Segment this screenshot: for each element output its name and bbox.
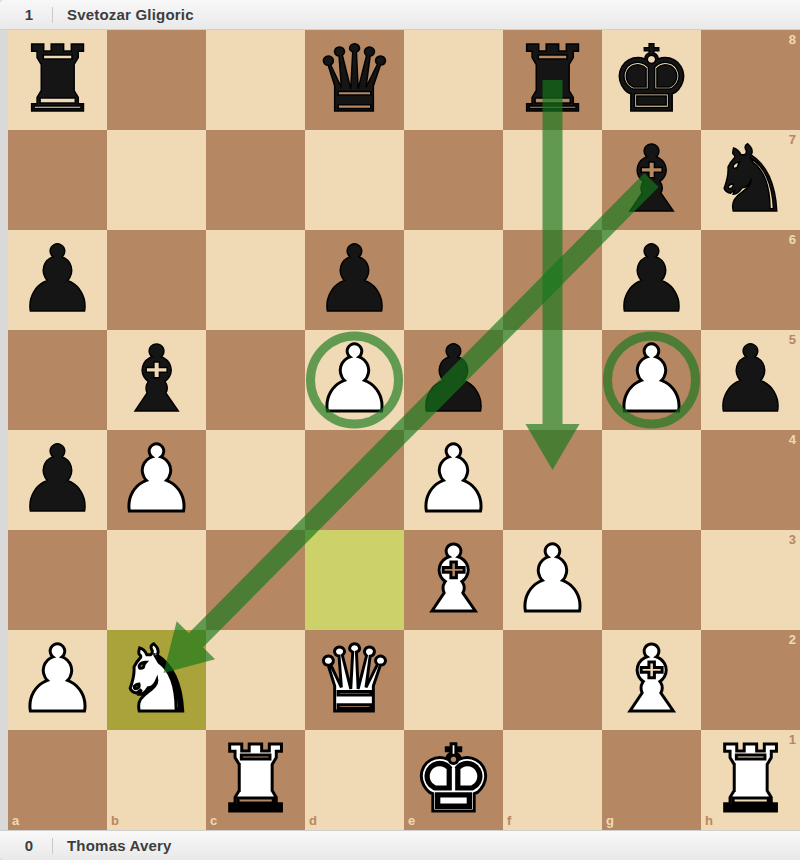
square-e2[interactable] (404, 630, 503, 730)
square-h7[interactable]: ♞7 (701, 130, 800, 230)
square-f5[interactable] (503, 330, 602, 430)
square-d5[interactable]: ♟ (305, 330, 404, 430)
square-c2[interactable] (206, 630, 305, 730)
square-a6[interactable]: ♟ (8, 230, 107, 330)
square-h5[interactable]: ♟5 (701, 330, 800, 430)
piece-white-pawn-a2[interactable]: ♟ (8, 630, 107, 730)
square-e7[interactable] (404, 130, 503, 230)
top-bar-divider (52, 7, 53, 23)
square-b6[interactable] (107, 230, 206, 330)
piece-white-pawn-d5[interactable]: ♟ (305, 330, 404, 430)
file-label-g: g (606, 813, 614, 828)
top-player-score: 1 (16, 6, 42, 23)
piece-black-rook-a8[interactable]: ♜ (8, 30, 107, 130)
rank-label-2: 2 (789, 632, 796, 647)
piece-black-pawn-d6[interactable]: ♟ (305, 230, 404, 330)
piece-black-knight-h7[interactable]: ♞ (701, 130, 800, 230)
piece-white-queen-d2[interactable]: ♛ (305, 630, 404, 730)
square-e6[interactable] (404, 230, 503, 330)
rank-label-1: 1 (789, 732, 796, 747)
top-player-name: Svetozar Gligoric (67, 6, 194, 23)
rank-label-3: 3 (789, 532, 796, 547)
rank-label-7: 7 (789, 132, 796, 147)
square-f6[interactable] (503, 230, 602, 330)
piece-black-pawn-a4[interactable]: ♟ (8, 430, 107, 530)
piece-black-bishop-b5[interactable]: ♝ (107, 330, 206, 430)
square-f3[interactable]: ♟ (503, 530, 602, 630)
square-a8[interactable]: ♜ (8, 30, 107, 130)
piece-white-bishop-e3[interactable]: ♝ (404, 530, 503, 630)
square-b4[interactable]: ♟ (107, 430, 206, 530)
piece-black-king-g8[interactable]: ♚ (602, 30, 701, 130)
piece-black-rook-f8[interactable]: ♜ (503, 30, 602, 130)
square-e4[interactable]: ♟ (404, 430, 503, 530)
piece-white-bishop-g2[interactable]: ♝ (602, 630, 701, 730)
piece-white-rook-c1[interactable]: ♜ (206, 730, 305, 830)
piece-white-pawn-g5[interactable]: ♟ (602, 330, 701, 430)
square-a7[interactable] (8, 130, 107, 230)
square-h3[interactable]: 3 (701, 530, 800, 630)
bottom-player-score: 0 (16, 837, 42, 854)
piece-white-king-e1[interactable]: ♚ (404, 730, 503, 830)
square-a4[interactable]: ♟ (8, 430, 107, 530)
square-f2[interactable] (503, 630, 602, 730)
square-b3[interactable] (107, 530, 206, 630)
square-a5[interactable] (8, 330, 107, 430)
piece-black-bishop-g7[interactable]: ♝ (602, 130, 701, 230)
bottom-player-name: Thomas Avery (67, 837, 172, 854)
square-h2[interactable]: 2 (701, 630, 800, 730)
file-label-d: d (309, 813, 317, 828)
square-g1[interactable]: g (602, 730, 701, 830)
square-f4[interactable] (503, 430, 602, 530)
square-c3[interactable] (206, 530, 305, 630)
square-c6[interactable] (206, 230, 305, 330)
piece-white-knight-b2[interactable]: ♞ (107, 630, 206, 730)
square-f7[interactable] (503, 130, 602, 230)
square-g4[interactable] (602, 430, 701, 530)
rank-label-5: 5 (789, 332, 796, 347)
piece-white-pawn-e4[interactable]: ♟ (404, 430, 503, 530)
square-d4[interactable] (305, 430, 404, 530)
square-e8[interactable] (404, 30, 503, 130)
square-g7[interactable]: ♝ (602, 130, 701, 230)
chess-board[interactable]: ♜♛♜♚8♝♞7♟♟♟6♝♟♟♟♟5♟♟♟4♝♟3♟♞♛♝2ab♜cd♚efg♜… (8, 30, 800, 830)
piece-black-pawn-h5[interactable]: ♟ (701, 330, 800, 430)
square-a1[interactable]: a (8, 730, 107, 830)
square-d1[interactable]: d (305, 730, 404, 830)
square-c4[interactable] (206, 430, 305, 530)
piece-black-pawn-e5[interactable]: ♟ (404, 330, 503, 430)
rank-label-8: 8 (789, 32, 796, 47)
file-label-b: b (111, 813, 119, 828)
piece-white-pawn-b4[interactable]: ♟ (107, 430, 206, 530)
square-h4[interactable]: 4 (701, 430, 800, 530)
file-label-h: h (705, 813, 713, 828)
square-d8[interactable]: ♛ (305, 30, 404, 130)
file-label-e: e (408, 813, 415, 828)
square-c7[interactable] (206, 130, 305, 230)
square-g5[interactable]: ♟ (602, 330, 701, 430)
bottom-player-bar: 0 Thomas Avery (0, 830, 800, 860)
square-b5[interactable]: ♝ (107, 330, 206, 430)
bottom-bar-divider (52, 838, 53, 854)
square-h8[interactable]: 8 (701, 30, 800, 130)
square-b2[interactable]: ♞ (107, 630, 206, 730)
piece-white-rook-h1[interactable]: ♜ (701, 730, 800, 830)
square-c5[interactable] (206, 330, 305, 430)
piece-black-pawn-g6[interactable]: ♟ (602, 230, 701, 330)
square-a2[interactable]: ♟ (8, 630, 107, 730)
last-move-highlight-d3 (305, 530, 404, 630)
square-g6[interactable]: ♟ (602, 230, 701, 330)
file-label-c: c (210, 813, 217, 828)
square-g8[interactable]: ♚ (602, 30, 701, 130)
square-h1[interactable]: ♜h1 (701, 730, 800, 830)
square-g3[interactable] (602, 530, 701, 630)
file-label-a: a (12, 813, 19, 828)
piece-white-pawn-f3[interactable]: ♟ (503, 530, 602, 630)
square-b7[interactable] (107, 130, 206, 230)
piece-black-queen-d8[interactable]: ♛ (305, 30, 404, 130)
square-e3[interactable]: ♝ (404, 530, 503, 630)
piece-black-pawn-a6[interactable]: ♟ (8, 230, 107, 330)
square-g2[interactable]: ♝ (602, 630, 701, 730)
square-e1[interactable]: ♚e (404, 730, 503, 830)
square-d2[interactable]: ♛ (305, 630, 404, 730)
square-e5[interactable]: ♟ (404, 330, 503, 430)
rank-label-4: 4 (789, 432, 796, 447)
square-d7[interactable] (305, 130, 404, 230)
square-c8[interactable] (206, 30, 305, 130)
square-d6[interactable]: ♟ (305, 230, 404, 330)
square-c1[interactable]: ♜c (206, 730, 305, 830)
file-label-f: f (507, 813, 511, 828)
square-d3[interactable] (305, 530, 404, 630)
square-f1[interactable]: f (503, 730, 602, 830)
square-f8[interactable]: ♜ (503, 30, 602, 130)
square-a3[interactable] (8, 530, 107, 630)
square-b1[interactable]: b (107, 730, 206, 830)
square-b8[interactable] (107, 30, 206, 130)
rank-label-6: 6 (789, 232, 796, 247)
square-h6[interactable]: 6 (701, 230, 800, 330)
